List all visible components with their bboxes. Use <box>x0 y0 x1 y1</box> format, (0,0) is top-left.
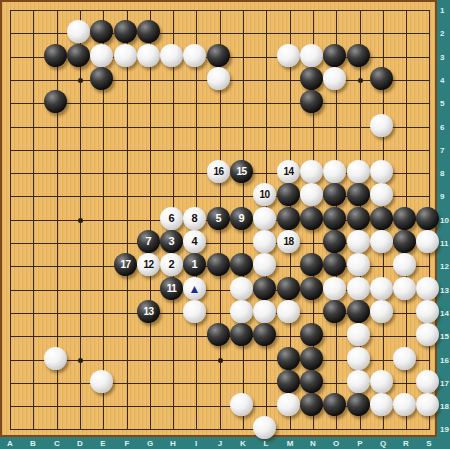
stone-o10[interactable] <box>323 207 346 230</box>
stone-r11[interactable] <box>393 230 416 253</box>
stone-l11[interactable] <box>253 230 276 253</box>
stone-n12[interactable] <box>300 253 323 276</box>
column-label-r: R <box>399 439 413 448</box>
stone-c5[interactable] <box>44 90 67 113</box>
stone-o8[interactable] <box>323 160 346 183</box>
stone-j12[interactable] <box>207 253 230 276</box>
move-number: 17 <box>120 260 130 270</box>
column-label-j: J <box>213 439 227 448</box>
star-point <box>78 358 83 363</box>
stone-m9[interactable] <box>277 183 300 206</box>
triangle-mark: ▲ <box>189 283 201 295</box>
column-label-a: A <box>3 439 17 448</box>
stone-j4[interactable] <box>207 67 230 90</box>
stone-l19[interactable] <box>253 416 276 439</box>
stone-p11[interactable] <box>347 230 370 253</box>
stone-j3[interactable] <box>207 44 230 67</box>
stone-r16[interactable] <box>393 347 416 370</box>
stone-p10[interactable] <box>347 207 370 230</box>
row-label-10: 10 <box>438 216 450 226</box>
move-number: 9 <box>238 213 244 224</box>
column-label-n: N <box>306 439 320 448</box>
stone-s14[interactable] <box>416 300 439 323</box>
stone-q13[interactable] <box>370 277 393 300</box>
row-label-16: 16 <box>438 356 450 366</box>
stone-h10[interactable]: 6 <box>160 207 183 230</box>
stone-s18[interactable] <box>416 393 439 416</box>
stone-s10[interactable] <box>416 207 439 230</box>
stone-o18[interactable] <box>323 393 346 416</box>
stone-k18[interactable] <box>230 393 253 416</box>
stone-g3[interactable] <box>137 44 160 67</box>
stone-l9[interactable]: 10 <box>253 183 276 206</box>
column-label-f: F <box>120 439 134 448</box>
column-label-o: O <box>329 439 343 448</box>
stone-l15[interactable] <box>253 323 276 346</box>
stone-q4[interactable] <box>370 67 393 90</box>
move-number: 7 <box>145 236 151 247</box>
row-label-1: 1 <box>438 6 450 16</box>
stone-e17[interactable] <box>90 370 113 393</box>
stone-o14[interactable] <box>323 300 346 323</box>
stone-k13[interactable] <box>230 277 253 300</box>
move-number: 4 <box>191 236 197 247</box>
stone-p15[interactable] <box>347 323 370 346</box>
stone-m10[interactable] <box>277 207 300 230</box>
stone-o12[interactable] <box>323 253 346 276</box>
stone-n5[interactable] <box>300 90 323 113</box>
stone-i13[interactable]: ▲ <box>183 277 206 300</box>
column-label-d: D <box>73 439 87 448</box>
stone-c3[interactable] <box>44 44 67 67</box>
stone-f12[interactable]: 17 <box>114 253 137 276</box>
stone-m8[interactable]: 14 <box>277 160 300 183</box>
stone-n3[interactable] <box>300 44 323 67</box>
star-point <box>358 78 363 83</box>
stone-m3[interactable] <box>277 44 300 67</box>
row-label-14: 14 <box>438 309 450 319</box>
row-label-19: 19 <box>438 425 450 435</box>
stone-k8[interactable]: 15 <box>230 160 253 183</box>
stone-p18[interactable] <box>347 393 370 416</box>
row-label-8: 8 <box>438 169 450 179</box>
row-label-18: 18 <box>438 402 450 412</box>
stone-m14[interactable] <box>277 300 300 323</box>
star-point <box>78 218 83 223</box>
column-label-g: G <box>143 439 157 448</box>
move-number: 5 <box>215 213 221 224</box>
stone-d2[interactable] <box>67 20 90 43</box>
stone-o13[interactable] <box>323 277 346 300</box>
stone-s11[interactable] <box>416 230 439 253</box>
stone-p14[interactable] <box>347 300 370 323</box>
stone-h11[interactable]: 3 <box>160 230 183 253</box>
stone-n10[interactable] <box>300 207 323 230</box>
star-point <box>78 78 83 83</box>
stone-q17[interactable] <box>370 370 393 393</box>
go-board[interactable]: 1615141068597341817122111▲13 <box>0 0 437 437</box>
column-label-i: I <box>189 439 203 448</box>
stone-f2[interactable] <box>114 20 137 43</box>
stone-p17[interactable] <box>347 370 370 393</box>
stone-r10[interactable] <box>393 207 416 230</box>
stone-e3[interactable] <box>90 44 113 67</box>
stone-l12[interactable] <box>253 253 276 276</box>
stone-s13[interactable] <box>416 277 439 300</box>
stone-d3[interactable] <box>67 44 90 67</box>
stone-p16[interactable] <box>347 347 370 370</box>
stone-g2[interactable] <box>137 20 160 43</box>
stone-p3[interactable] <box>347 44 370 67</box>
stone-m18[interactable] <box>277 393 300 416</box>
stone-g12[interactable]: 12 <box>137 253 160 276</box>
stone-m13[interactable] <box>277 277 300 300</box>
row-label-6: 6 <box>438 123 450 133</box>
stone-p13[interactable] <box>347 277 370 300</box>
move-number: 1 <box>191 259 197 270</box>
stone-i10[interactable]: 8 <box>183 207 206 230</box>
stone-n4[interactable] <box>300 67 323 90</box>
stone-i3[interactable] <box>183 44 206 67</box>
stone-r18[interactable] <box>393 393 416 416</box>
stone-q18[interactable] <box>370 393 393 416</box>
column-label-k: K <box>236 439 250 448</box>
stone-s17[interactable] <box>416 370 439 393</box>
row-label-17: 17 <box>438 379 450 389</box>
stone-n9[interactable] <box>300 183 323 206</box>
stone-j10[interactable]: 5 <box>207 207 230 230</box>
stone-p9[interactable] <box>347 183 370 206</box>
move-number: 6 <box>168 213 174 224</box>
row-label-9: 9 <box>438 192 450 202</box>
column-label-m: M <box>283 439 297 448</box>
stone-j8[interactable]: 16 <box>207 160 230 183</box>
move-number: 8 <box>191 213 197 224</box>
stone-i11[interactable]: 4 <box>183 230 206 253</box>
stone-q11[interactable] <box>370 230 393 253</box>
stone-q10[interactable] <box>370 207 393 230</box>
column-label-q: Q <box>376 439 390 448</box>
move-number: 11 <box>167 284 177 294</box>
stone-f3[interactable] <box>114 44 137 67</box>
stone-o11[interactable] <box>323 230 346 253</box>
stone-n15[interactable] <box>300 323 323 346</box>
stone-r12[interactable] <box>393 253 416 276</box>
row-label-2: 2 <box>438 29 450 39</box>
stone-o3[interactable] <box>323 44 346 67</box>
stone-c16[interactable] <box>44 347 67 370</box>
stone-k10[interactable]: 9 <box>230 207 253 230</box>
move-number: 14 <box>283 167 293 177</box>
stone-e2[interactable] <box>90 20 113 43</box>
stone-p8[interactable] <box>347 160 370 183</box>
move-number: 15 <box>236 167 246 177</box>
move-number: 12 <box>143 260 153 270</box>
stone-k15[interactable] <box>230 323 253 346</box>
row-label-3: 3 <box>438 53 450 63</box>
column-label-e: E <box>96 439 110 448</box>
stone-j15[interactable] <box>207 323 230 346</box>
row-label-12: 12 <box>438 262 450 272</box>
stone-o9[interactable] <box>323 183 346 206</box>
stone-q14[interactable] <box>370 300 393 323</box>
stone-s15[interactable] <box>416 323 439 346</box>
go-app-screen: 1615141068597341817122111▲13 ABCDEFGHIJK… <box>0 0 450 449</box>
stone-m17[interactable] <box>277 370 300 393</box>
stone-q9[interactable] <box>370 183 393 206</box>
star-point <box>218 358 223 363</box>
column-label-p: P <box>353 439 367 448</box>
stone-h3[interactable] <box>160 44 183 67</box>
stone-e4[interactable] <box>90 67 113 90</box>
column-label-h: H <box>166 439 180 448</box>
stone-g11[interactable]: 7 <box>137 230 160 253</box>
stone-i12[interactable]: 1 <box>183 253 206 276</box>
stone-g14[interactable]: 13 <box>137 300 160 323</box>
column-label-s: S <box>422 439 436 448</box>
row-label-4: 4 <box>438 76 450 86</box>
stone-m11[interactable]: 18 <box>277 230 300 253</box>
stone-p12[interactable] <box>347 253 370 276</box>
stone-l10[interactable] <box>253 207 276 230</box>
stone-h13[interactable]: 11 <box>160 277 183 300</box>
stone-n16[interactable] <box>300 347 323 370</box>
move-number: 13 <box>143 307 153 317</box>
stone-r13[interactable] <box>393 277 416 300</box>
stone-m16[interactable] <box>277 347 300 370</box>
move-number: 16 <box>213 167 223 177</box>
grid-line-horizontal <box>10 429 430 430</box>
stone-k14[interactable] <box>230 300 253 323</box>
column-label-b: B <box>26 439 40 448</box>
column-label-l: L <box>259 439 273 448</box>
column-label-c: C <box>50 439 64 448</box>
row-label-15: 15 <box>438 332 450 342</box>
stone-k12[interactable] <box>230 253 253 276</box>
stone-q6[interactable] <box>370 114 393 137</box>
stone-n17[interactable] <box>300 370 323 393</box>
stone-l14[interactable] <box>253 300 276 323</box>
stone-l13[interactable] <box>253 277 276 300</box>
move-number: 10 <box>259 190 269 200</box>
stone-n8[interactable] <box>300 160 323 183</box>
row-label-7: 7 <box>438 146 450 156</box>
stone-h12[interactable]: 2 <box>160 253 183 276</box>
stone-i14[interactable] <box>183 300 206 323</box>
row-label-5: 5 <box>438 99 450 109</box>
move-number: 2 <box>168 259 174 270</box>
stone-o4[interactable] <box>323 67 346 90</box>
move-number: 3 <box>168 236 174 247</box>
stone-n13[interactable] <box>300 277 323 300</box>
stone-n18[interactable] <box>300 393 323 416</box>
row-label-11: 11 <box>438 239 450 249</box>
row-label-13: 13 <box>438 286 450 296</box>
stone-q8[interactable] <box>370 160 393 183</box>
move-number: 18 <box>283 237 293 247</box>
